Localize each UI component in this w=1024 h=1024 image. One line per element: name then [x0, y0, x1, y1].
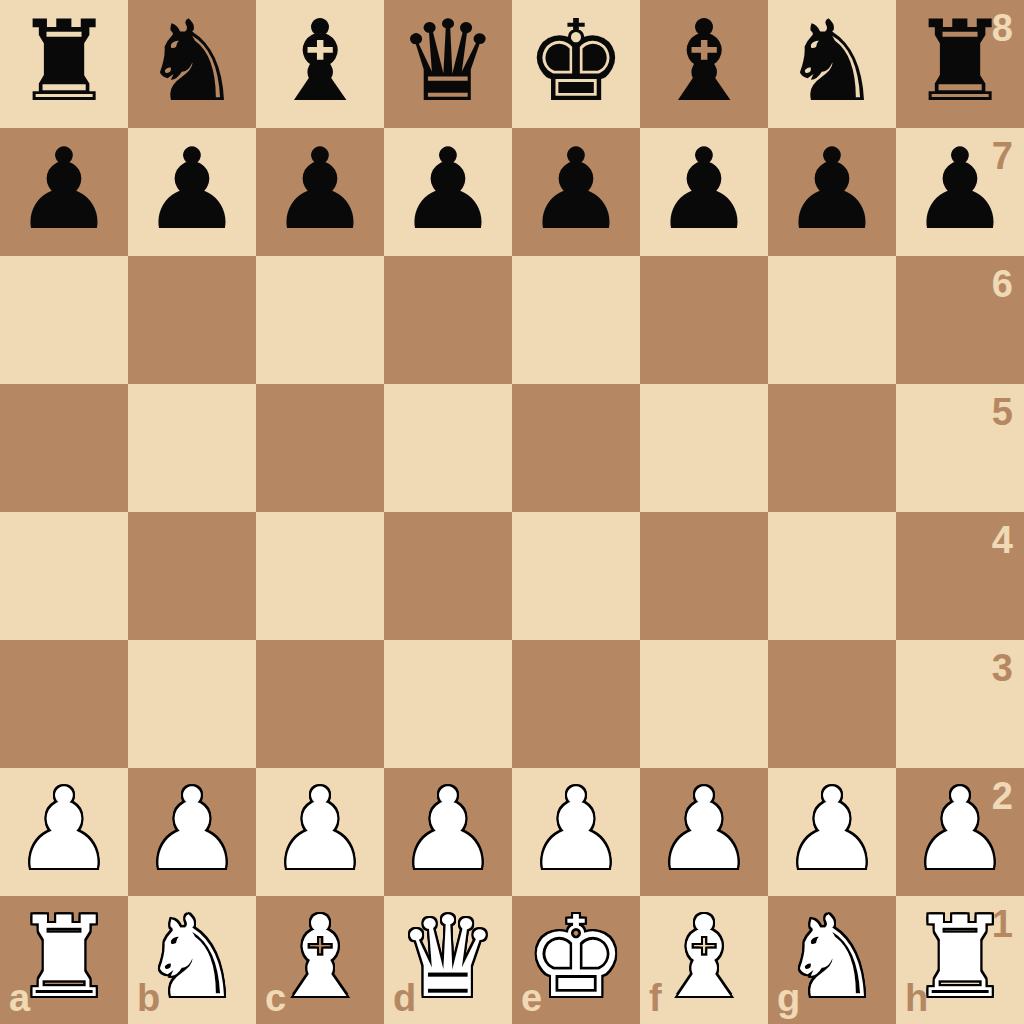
- black-rook-icon[interactable]: ♜: [14, 0, 114, 125]
- square-b5[interactable]: [128, 384, 256, 512]
- white-pawn-icon[interactable]: ♟: [910, 765, 1010, 893]
- white-pawn-icon[interactable]: ♟: [398, 765, 498, 893]
- square-a5[interactable]: [0, 384, 128, 512]
- black-bishop-icon[interactable]: ♝: [654, 0, 754, 125]
- square-f8[interactable]: ♝: [640, 0, 768, 128]
- square-d3[interactable]: [384, 640, 512, 768]
- square-d5[interactable]: [384, 384, 512, 512]
- white-pawn-icon[interactable]: ♟: [654, 765, 754, 893]
- black-pawn-icon[interactable]: ♟: [270, 125, 370, 253]
- square-b6[interactable]: [128, 256, 256, 384]
- square-g6[interactable]: [768, 256, 896, 384]
- square-e3[interactable]: [512, 640, 640, 768]
- square-g5[interactable]: [768, 384, 896, 512]
- black-rook-icon[interactable]: ♜: [910, 0, 1010, 125]
- square-e5[interactable]: [512, 384, 640, 512]
- square-f7[interactable]: ♟: [640, 128, 768, 256]
- square-d6[interactable]: [384, 256, 512, 384]
- square-a1[interactable]: ♜a: [0, 896, 128, 1024]
- square-e1[interactable]: ♚e: [512, 896, 640, 1024]
- black-queen-icon[interactable]: ♛: [398, 0, 498, 125]
- square-b4[interactable]: [128, 512, 256, 640]
- square-h5[interactable]: 5: [896, 384, 1024, 512]
- square-b8[interactable]: ♞: [128, 0, 256, 128]
- rank-label-4: 4: [992, 521, 1013, 559]
- white-knight-icon[interactable]: ♞: [782, 893, 882, 1021]
- white-pawn-icon[interactable]: ♟: [14, 765, 114, 893]
- square-g3[interactable]: [768, 640, 896, 768]
- rank-label-5: 5: [992, 393, 1013, 431]
- square-e8[interactable]: ♚: [512, 0, 640, 128]
- square-g1[interactable]: ♞g: [768, 896, 896, 1024]
- rank-label-6: 6: [992, 265, 1013, 303]
- square-f4[interactable]: [640, 512, 768, 640]
- white-knight-icon[interactable]: ♞: [142, 893, 242, 1021]
- black-knight-icon[interactable]: ♞: [782, 0, 882, 125]
- black-pawn-icon[interactable]: ♟: [142, 125, 242, 253]
- square-c4[interactable]: [256, 512, 384, 640]
- black-pawn-icon[interactable]: ♟: [14, 125, 114, 253]
- square-a3[interactable]: [0, 640, 128, 768]
- square-g8[interactable]: ♞: [768, 0, 896, 128]
- black-king-icon[interactable]: ♚: [526, 0, 626, 125]
- square-b7[interactable]: ♟: [128, 128, 256, 256]
- white-pawn-icon[interactable]: ♟: [526, 765, 626, 893]
- white-bishop-icon[interactable]: ♝: [270, 893, 370, 1021]
- square-h7[interactable]: ♟7: [896, 128, 1024, 256]
- square-c3[interactable]: [256, 640, 384, 768]
- white-pawn-icon[interactable]: ♟: [270, 765, 370, 893]
- square-c5[interactable]: [256, 384, 384, 512]
- square-h2[interactable]: ♟2: [896, 768, 1024, 896]
- black-pawn-icon[interactable]: ♟: [782, 125, 882, 253]
- square-f5[interactable]: [640, 384, 768, 512]
- square-a8[interactable]: ♜: [0, 0, 128, 128]
- black-pawn-icon[interactable]: ♟: [398, 125, 498, 253]
- white-bishop-icon[interactable]: ♝: [654, 893, 754, 1021]
- black-knight-icon[interactable]: ♞: [142, 0, 242, 125]
- square-h8[interactable]: ♜8: [896, 0, 1024, 128]
- white-king-icon[interactable]: ♚: [526, 893, 626, 1021]
- white-rook-icon[interactable]: ♜: [14, 893, 114, 1021]
- square-a7[interactable]: ♟: [0, 128, 128, 256]
- square-h6[interactable]: 6: [896, 256, 1024, 384]
- square-e6[interactable]: [512, 256, 640, 384]
- square-a2[interactable]: ♟: [0, 768, 128, 896]
- square-f3[interactable]: [640, 640, 768, 768]
- square-c7[interactable]: ♟: [256, 128, 384, 256]
- square-a4[interactable]: [0, 512, 128, 640]
- square-c8[interactable]: ♝: [256, 0, 384, 128]
- square-b2[interactable]: ♟: [128, 768, 256, 896]
- square-d4[interactable]: [384, 512, 512, 640]
- white-rook-icon[interactable]: ♜: [910, 893, 1010, 1021]
- square-e4[interactable]: [512, 512, 640, 640]
- square-g7[interactable]: ♟: [768, 128, 896, 256]
- black-pawn-icon[interactable]: ♟: [910, 125, 1010, 253]
- square-d1[interactable]: ♛d: [384, 896, 512, 1024]
- square-b3[interactable]: [128, 640, 256, 768]
- white-queen-icon[interactable]: ♛: [398, 893, 498, 1021]
- rank-label-3: 3: [992, 649, 1013, 687]
- square-c1[interactable]: ♝c: [256, 896, 384, 1024]
- square-c2[interactable]: ♟: [256, 768, 384, 896]
- square-f6[interactable]: [640, 256, 768, 384]
- square-f2[interactable]: ♟: [640, 768, 768, 896]
- square-g2[interactable]: ♟: [768, 768, 896, 896]
- white-pawn-icon[interactable]: ♟: [142, 765, 242, 893]
- square-h1[interactable]: ♜h1: [896, 896, 1024, 1024]
- square-d7[interactable]: ♟: [384, 128, 512, 256]
- square-h3[interactable]: 3: [896, 640, 1024, 768]
- white-pawn-icon[interactable]: ♟: [782, 765, 882, 893]
- square-h4[interactable]: 4: [896, 512, 1024, 640]
- square-a6[interactable]: [0, 256, 128, 384]
- square-d8[interactable]: ♛: [384, 0, 512, 128]
- black-pawn-icon[interactable]: ♟: [526, 125, 626, 253]
- black-pawn-icon[interactable]: ♟: [654, 125, 754, 253]
- black-bishop-icon[interactable]: ♝: [270, 0, 370, 125]
- square-e7[interactable]: ♟: [512, 128, 640, 256]
- square-e2[interactable]: ♟: [512, 768, 640, 896]
- square-b1[interactable]: ♞b: [128, 896, 256, 1024]
- chess-board: ♜♞♝♛♚♝♞♜8♟♟♟♟♟♟♟♟76543♟♟♟♟♟♟♟♟2♜a♞b♝c♛d♚…: [0, 0, 1024, 1024]
- square-g4[interactable]: [768, 512, 896, 640]
- square-c6[interactable]: [256, 256, 384, 384]
- square-d2[interactable]: ♟: [384, 768, 512, 896]
- square-f1[interactable]: ♝f: [640, 896, 768, 1024]
